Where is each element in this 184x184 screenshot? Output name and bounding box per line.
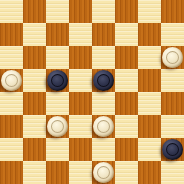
square-r2c6 xyxy=(138,46,161,69)
square-r7c5 xyxy=(115,161,138,184)
white-piece[interactable] xyxy=(47,116,68,137)
square-r2c4 xyxy=(92,46,115,69)
square-r5c7 xyxy=(161,115,184,138)
square-r1c5 xyxy=(115,23,138,46)
square-r1c7 xyxy=(161,23,184,46)
square-r6c3[interactable] xyxy=(69,138,92,161)
white-piece[interactable] xyxy=(93,116,114,137)
square-r2c7[interactable] xyxy=(161,46,184,69)
black-piece[interactable] xyxy=(162,139,183,160)
square-r7c3 xyxy=(69,161,92,184)
square-r7c2[interactable] xyxy=(46,161,69,184)
square-r3c6[interactable] xyxy=(138,69,161,92)
square-r4c7[interactable] xyxy=(161,92,184,115)
square-r1c3 xyxy=(69,23,92,46)
square-r4c0 xyxy=(0,92,23,115)
square-r1c2[interactable] xyxy=(46,23,69,46)
white-piece[interactable] xyxy=(162,47,183,68)
square-r6c7[interactable] xyxy=(161,138,184,161)
square-r0c7[interactable] xyxy=(161,0,184,23)
square-r3c2[interactable] xyxy=(46,69,69,92)
square-r5c0[interactable] xyxy=(0,115,23,138)
square-r5c5 xyxy=(115,115,138,138)
square-r6c5[interactable] xyxy=(115,138,138,161)
square-r1c6[interactable] xyxy=(138,23,161,46)
square-r5c2[interactable] xyxy=(46,115,69,138)
square-r0c5[interactable] xyxy=(115,0,138,23)
square-r3c3 xyxy=(69,69,92,92)
white-piece[interactable] xyxy=(93,162,114,183)
square-r3c5 xyxy=(115,69,138,92)
square-r3c0[interactable] xyxy=(0,69,23,92)
square-r4c2 xyxy=(46,92,69,115)
square-r6c2 xyxy=(46,138,69,161)
square-r0c4 xyxy=(92,0,115,23)
square-r4c5[interactable] xyxy=(115,92,138,115)
square-r7c0[interactable] xyxy=(0,161,23,184)
square-r5c3 xyxy=(69,115,92,138)
square-r4c1[interactable] xyxy=(23,92,46,115)
square-r4c4 xyxy=(92,92,115,115)
square-r3c7 xyxy=(161,69,184,92)
square-r0c2 xyxy=(46,0,69,23)
square-r6c4 xyxy=(92,138,115,161)
square-r2c2 xyxy=(46,46,69,69)
square-r5c4[interactable] xyxy=(92,115,115,138)
black-piece[interactable] xyxy=(47,70,68,91)
square-r7c6[interactable] xyxy=(138,161,161,184)
square-r0c0 xyxy=(0,0,23,23)
square-r1c0[interactable] xyxy=(0,23,23,46)
square-r2c3[interactable] xyxy=(69,46,92,69)
square-r4c3[interactable] xyxy=(69,92,92,115)
square-r3c4[interactable] xyxy=(92,69,115,92)
square-r1c4[interactable] xyxy=(92,23,115,46)
square-r7c4[interactable] xyxy=(92,161,115,184)
square-r5c1 xyxy=(23,115,46,138)
black-piece[interactable] xyxy=(93,70,114,91)
square-r7c1 xyxy=(23,161,46,184)
square-r5c6[interactable] xyxy=(138,115,161,138)
square-r4c6 xyxy=(138,92,161,115)
square-r7c7 xyxy=(161,161,184,184)
checkers-board xyxy=(0,0,184,184)
square-r1c1 xyxy=(23,23,46,46)
square-r2c1[interactable] xyxy=(23,46,46,69)
square-r2c5[interactable] xyxy=(115,46,138,69)
square-r6c0 xyxy=(0,138,23,161)
square-r0c3[interactable] xyxy=(69,0,92,23)
square-r3c1 xyxy=(23,69,46,92)
square-r0c6 xyxy=(138,0,161,23)
square-r6c6 xyxy=(138,138,161,161)
square-r2c0 xyxy=(0,46,23,69)
white-piece[interactable] xyxy=(1,70,22,91)
square-r0c1[interactable] xyxy=(23,0,46,23)
square-r6c1[interactable] xyxy=(23,138,46,161)
